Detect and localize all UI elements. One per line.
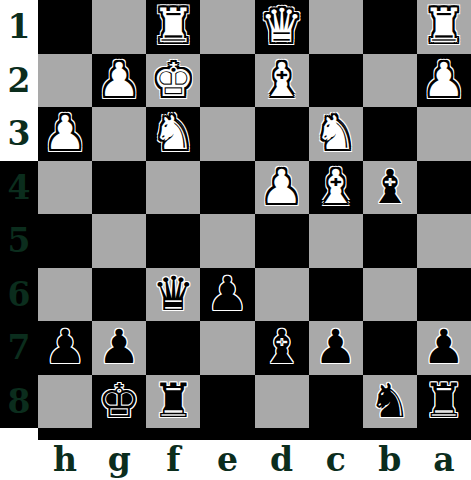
piece-wN-c3: ♞ — [315, 109, 357, 156]
square-b5[interactable] — [363, 214, 417, 268]
rank-label-5: 5 — [0, 214, 38, 268]
piece-bQ-f6: ♛ — [152, 270, 194, 317]
square-c3[interactable]: ♞ — [309, 107, 363, 161]
file-label-strip: hgfedcba — [0, 440, 471, 480]
square-b2[interactable] — [363, 54, 417, 108]
square-f6[interactable]: ♛ — [146, 268, 200, 322]
square-g7[interactable]: ♟ — [92, 321, 146, 375]
square-c1[interactable] — [309, 0, 363, 54]
square-g4[interactable] — [92, 161, 146, 215]
square-b4[interactable]: ♝ — [363, 161, 417, 215]
square-g2[interactable]: ♟ — [92, 54, 146, 108]
board-bottom-bar — [38, 428, 471, 440]
rank-label-2: 2 — [0, 54, 38, 108]
rank-label-4: 4 — [0, 161, 38, 215]
square-b7[interactable] — [363, 321, 417, 375]
square-d2[interactable]: ♝ — [255, 54, 309, 108]
square-a3[interactable] — [417, 107, 471, 161]
square-h2[interactable] — [38, 54, 92, 108]
file-label-b: b — [363, 440, 417, 480]
square-f8[interactable]: ♜ — [146, 375, 200, 429]
file-label-d: d — [255, 440, 309, 480]
square-g5[interactable] — [92, 214, 146, 268]
square-c8[interactable] — [309, 375, 363, 429]
square-g8[interactable]: ♚ — [92, 375, 146, 429]
square-d5[interactable] — [255, 214, 309, 268]
square-a5[interactable] — [417, 214, 471, 268]
file-label-e: e — [200, 440, 254, 480]
square-a1[interactable]: ♜ — [417, 0, 471, 54]
file-label-c: c — [309, 440, 363, 480]
square-a7[interactable]: ♟ — [417, 321, 471, 375]
file-label-a: a — [417, 440, 471, 480]
square-c6[interactable] — [309, 268, 363, 322]
square-c5[interactable] — [309, 214, 363, 268]
square-e1[interactable] — [200, 0, 254, 54]
square-f2[interactable]: ♚ — [146, 54, 200, 108]
piece-wR-f1: ♜ — [152, 2, 194, 49]
piece-bP-c7: ♟ — [315, 323, 357, 370]
square-h8[interactable] — [38, 375, 92, 429]
square-b8[interactable]: ♞ — [363, 375, 417, 429]
square-f4[interactable] — [146, 161, 200, 215]
piece-bP-g7: ♟ — [98, 323, 140, 370]
rank-label-8: 8 — [0, 375, 38, 429]
square-d1[interactable]: ♛ — [255, 0, 309, 54]
chess-diagram-page: 12345678 ♜♛♜♟♚♝♟♟♞♞♟♝♝♛♟♟♟♝♟♟♚♜♞♜ hgfedc… — [0, 0, 471, 480]
piece-wQ-d1: ♛ — [260, 2, 302, 49]
square-c2[interactable] — [309, 54, 363, 108]
square-b1[interactable] — [363, 0, 417, 54]
piece-bP-h7: ♟ — [44, 323, 86, 370]
square-g6[interactable] — [92, 268, 146, 322]
square-g1[interactable] — [92, 0, 146, 54]
rank-label-3: 3 — [0, 107, 38, 161]
file-label-f: f — [146, 440, 200, 480]
board: ♜♛♜♟♚♝♟♟♞♞♟♝♝♛♟♟♟♝♟♟♚♜♞♜ — [38, 0, 471, 428]
square-f5[interactable] — [146, 214, 200, 268]
square-b6[interactable] — [363, 268, 417, 322]
square-d7[interactable]: ♝ — [255, 321, 309, 375]
square-a8[interactable]: ♜ — [417, 375, 471, 429]
square-c4[interactable]: ♝ — [309, 161, 363, 215]
piece-bB-d7: ♝ — [260, 323, 302, 370]
piece-bR-f8: ♜ — [152, 377, 194, 424]
square-g3[interactable] — [92, 107, 146, 161]
piece-wR-a1: ♜ — [423, 2, 465, 49]
file-label-g: g — [92, 440, 146, 480]
piece-bR-a8: ♜ — [423, 377, 465, 424]
piece-wB-c4: ♝ — [315, 163, 357, 210]
square-f7[interactable] — [146, 321, 200, 375]
file-label-h: h — [38, 440, 92, 480]
square-e6[interactable]: ♟ — [200, 268, 254, 322]
square-d8[interactable] — [255, 375, 309, 429]
piece-bP-e6: ♟ — [206, 270, 248, 317]
piece-wP-d4: ♟ — [260, 163, 302, 210]
square-d3[interactable] — [255, 107, 309, 161]
square-d4[interactable]: ♟ — [255, 161, 309, 215]
piece-wK-f2: ♚ — [152, 56, 194, 103]
piece-bN-b8: ♞ — [369, 377, 411, 424]
square-e3[interactable] — [200, 107, 254, 161]
square-e8[interactable] — [200, 375, 254, 429]
square-h1[interactable] — [38, 0, 92, 54]
square-b3[interactable] — [363, 107, 417, 161]
square-h7[interactable]: ♟ — [38, 321, 92, 375]
square-a2[interactable]: ♟ — [417, 54, 471, 108]
square-e5[interactable] — [200, 214, 254, 268]
square-e7[interactable] — [200, 321, 254, 375]
piece-bB-b4: ♝ — [369, 163, 411, 210]
square-f3[interactable]: ♞ — [146, 107, 200, 161]
piece-wN-f3: ♞ — [152, 109, 194, 156]
rank-label-6: 6 — [0, 268, 38, 322]
rank-label-7: 7 — [0, 321, 38, 375]
square-e4[interactable] — [200, 161, 254, 215]
square-h5[interactable] — [38, 214, 92, 268]
square-a4[interactable] — [417, 161, 471, 215]
square-e2[interactable] — [200, 54, 254, 108]
rank-label-gutter: 12345678 — [0, 0, 38, 428]
piece-bK-g8: ♚ — [98, 377, 140, 424]
piece-wP-h3: ♟ — [44, 109, 86, 156]
square-h6[interactable] — [38, 268, 92, 322]
piece-wB-d2: ♝ — [260, 56, 302, 103]
square-f1[interactable]: ♜ — [146, 0, 200, 54]
square-a6[interactable] — [417, 268, 471, 322]
square-h4[interactable] — [38, 161, 92, 215]
piece-bP-a7: ♟ — [423, 323, 465, 370]
file-labels: hgfedcba — [38, 440, 471, 480]
square-c7[interactable]: ♟ — [309, 321, 363, 375]
square-h3[interactable]: ♟ — [38, 107, 92, 161]
piece-wP-g2: ♟ — [98, 56, 140, 103]
piece-wP-a2: ♟ — [423, 56, 465, 103]
rank-label-1: 1 — [0, 0, 38, 54]
square-d6[interactable] — [255, 268, 309, 322]
